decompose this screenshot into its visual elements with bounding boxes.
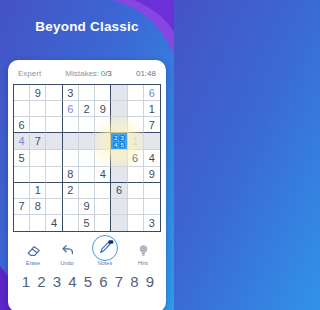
numpad-3[interactable]: 3 <box>50 273 64 290</box>
cell-r1c7[interactable] <box>111 85 127 101</box>
cell-r9c6[interactable] <box>95 215 111 231</box>
cell-r3c2[interactable] <box>30 117 46 133</box>
cell-r4c2[interactable]: 7 <box>30 133 46 150</box>
cell-r4c6[interactable] <box>95 133 111 150</box>
toolbar: Erase Undo Notes Hint <box>8 232 166 266</box>
undo-button[interactable]: Undo <box>58 241 76 266</box>
undo-label: Undo <box>60 260 73 266</box>
game-status-bar: Expert Mistakes: 0/3 01:48 <box>8 60 166 82</box>
cell-r2c3[interactable] <box>46 101 62 117</box>
difficulty-label: Expert <box>18 69 41 78</box>
cell-r8c1[interactable]: 7 <box>14 199 30 215</box>
cell-r4c4[interactable] <box>63 133 79 150</box>
cell-r6c3[interactable] <box>46 167 62 183</box>
eraser-icon <box>24 241 42 259</box>
cell-r8c9[interactable] <box>144 199 160 215</box>
cell-r9c2[interactable] <box>30 215 46 231</box>
page-title: Beyond Classic <box>0 19 174 34</box>
cell-r6c5[interactable] <box>79 167 95 183</box>
cell-r7c4[interactable]: 2 <box>63 183 79 199</box>
numpad-4[interactable]: 4 <box>66 273 80 290</box>
cell-r3c4[interactable] <box>63 117 79 133</box>
cell-r3c6[interactable] <box>95 117 111 133</box>
notes-pencil-icon <box>96 239 114 257</box>
numpad: 123456789 <box>8 266 166 290</box>
cell-r1c1[interactable] <box>14 85 30 101</box>
cell-r9c3[interactable]: 4 <box>46 215 62 231</box>
cell-r7c8[interactable] <box>128 183 144 199</box>
cell-r5c4[interactable] <box>63 150 79 166</box>
cell-r7c6[interactable] <box>95 183 111 199</box>
cell-r4c3[interactable] <box>46 133 62 150</box>
hint-label: Hint <box>138 260 148 266</box>
hint-bulb-icon <box>134 241 152 259</box>
cell-r6c6[interactable]: 4 <box>95 167 111 183</box>
cell-r1c9[interactable]: 6 <box>144 85 160 101</box>
cell-r2c1[interactable] <box>14 101 30 117</box>
cell-r3c5[interactable] <box>79 117 95 133</box>
game-card: Expert Mistakes: 0/3 01:48 9366291674723… <box>8 60 166 310</box>
mistakes-counter: Mistakes: 0/3 <box>65 69 112 78</box>
cell-r5c7[interactable] <box>111 150 127 166</box>
notes-on-badge <box>108 240 113 244</box>
timer: 01:48 <box>136 69 156 78</box>
sudoku-board: 9366291674723451564849126789453 <box>13 84 161 232</box>
cell-r7c9[interactable] <box>144 183 160 199</box>
numpad-9[interactable]: 9 <box>143 273 157 290</box>
cell-r1c3[interactable] <box>46 85 62 101</box>
cell-r5c3[interactable] <box>46 150 62 166</box>
cell-r4c9[interactable] <box>144 133 160 150</box>
undo-icon <box>58 241 76 259</box>
cell-r6c8[interactable] <box>128 167 144 183</box>
cell-r1c8[interactable] <box>128 85 144 101</box>
cell-r5c5[interactable] <box>79 150 95 166</box>
numpad-6[interactable]: 6 <box>97 273 111 290</box>
cell-r8c3[interactable] <box>46 199 62 215</box>
cell-r1c6[interactable] <box>95 85 111 101</box>
erase-button[interactable]: Erase <box>24 241 42 266</box>
cell-r8c7[interactable] <box>111 199 127 215</box>
cell-r3c9[interactable]: 7 <box>144 117 160 133</box>
hint-button[interactable]: Hint <box>134 241 152 266</box>
cell-r5c9[interactable]: 4 <box>144 150 160 166</box>
cell-r8c2[interactable]: 8 <box>30 199 46 215</box>
cell-r6c9[interactable]: 9 <box>144 167 160 183</box>
cell-r2c9[interactable]: 1 <box>144 101 160 117</box>
numpad-2[interactable]: 2 <box>35 273 49 290</box>
cell-r3c8[interactable] <box>128 117 144 133</box>
cell-r2c8[interactable] <box>128 101 144 117</box>
note-chip-4: 4 <box>113 142 119 148</box>
mistakes-max: /3 <box>105 69 112 78</box>
cell-r2c5[interactable]: 2 <box>79 101 95 117</box>
cell-r1c2[interactable]: 9 <box>30 85 46 101</box>
numpad-7[interactable]: 7 <box>112 273 126 290</box>
cell-r5c6[interactable] <box>95 150 111 166</box>
notes-button[interactable]: Notes <box>92 241 118 266</box>
cell-r2c7[interactable] <box>111 101 127 117</box>
cell-r1c5[interactable] <box>79 85 95 101</box>
note-chip-2: 2 <box>113 135 119 141</box>
cell-r3c1[interactable]: 6 <box>14 117 30 133</box>
cell-r4c5[interactable] <box>79 133 95 150</box>
note-chip-3: 3 <box>119 135 125 141</box>
cell-r5c2[interactable] <box>30 150 46 166</box>
cell-r9c5[interactable]: 5 <box>79 215 95 231</box>
cell-r6c1[interactable] <box>14 167 30 183</box>
board-wrap: 9366291674723451564849126789453 <box>13 84 161 232</box>
cell-r4c7[interactable]: 2345 <box>111 133 127 150</box>
cell-r6c7[interactable] <box>111 167 127 183</box>
cell-r9c4[interactable] <box>63 215 79 231</box>
cell-r8c5[interactable]: 9 <box>79 199 95 215</box>
cell-r9c1[interactable] <box>14 215 30 231</box>
cell-r3c3[interactable] <box>46 117 62 133</box>
cell-r6c4[interactable]: 8 <box>63 167 79 183</box>
note-chip-5: 5 <box>119 142 125 148</box>
numpad-8[interactable]: 8 <box>128 273 142 290</box>
cell-r8c8[interactable] <box>128 199 144 215</box>
cell-r4c1[interactable]: 4 <box>14 133 30 150</box>
cell-r3c7[interactable] <box>111 117 127 133</box>
cell-r7c3[interactable] <box>46 183 62 199</box>
cell-r7c2[interactable]: 1 <box>30 183 46 199</box>
numpad-1[interactable]: 1 <box>19 273 33 290</box>
cell-r7c7[interactable]: 6 <box>111 183 127 199</box>
cell-r1c4[interactable]: 3 <box>63 85 79 101</box>
cell-r8c6[interactable] <box>95 199 111 215</box>
cell-r5c1[interactable]: 5 <box>14 150 30 166</box>
cell-r7c1[interactable] <box>14 183 30 199</box>
cell-r7c5[interactable] <box>79 183 95 199</box>
cell-r9c9[interactable]: 3 <box>144 215 160 231</box>
cell-r4c8[interactable]: 1 <box>128 133 144 150</box>
cell-r5c8[interactable]: 6 <box>128 150 144 166</box>
cell-r9c7[interactable] <box>111 215 127 231</box>
erase-label: Erase <box>26 260 40 266</box>
numpad-5[interactable]: 5 <box>81 273 95 290</box>
notes-active-ring <box>92 235 118 261</box>
cell-r8c4[interactable] <box>63 199 79 215</box>
cell-r9c8[interactable] <box>128 215 144 231</box>
cell-r6c2[interactable] <box>30 167 46 183</box>
cell-r2c2[interactable] <box>30 101 46 117</box>
cell-r2c4[interactable]: 6 <box>63 101 79 117</box>
cell-r2c6[interactable]: 9 <box>95 101 111 117</box>
